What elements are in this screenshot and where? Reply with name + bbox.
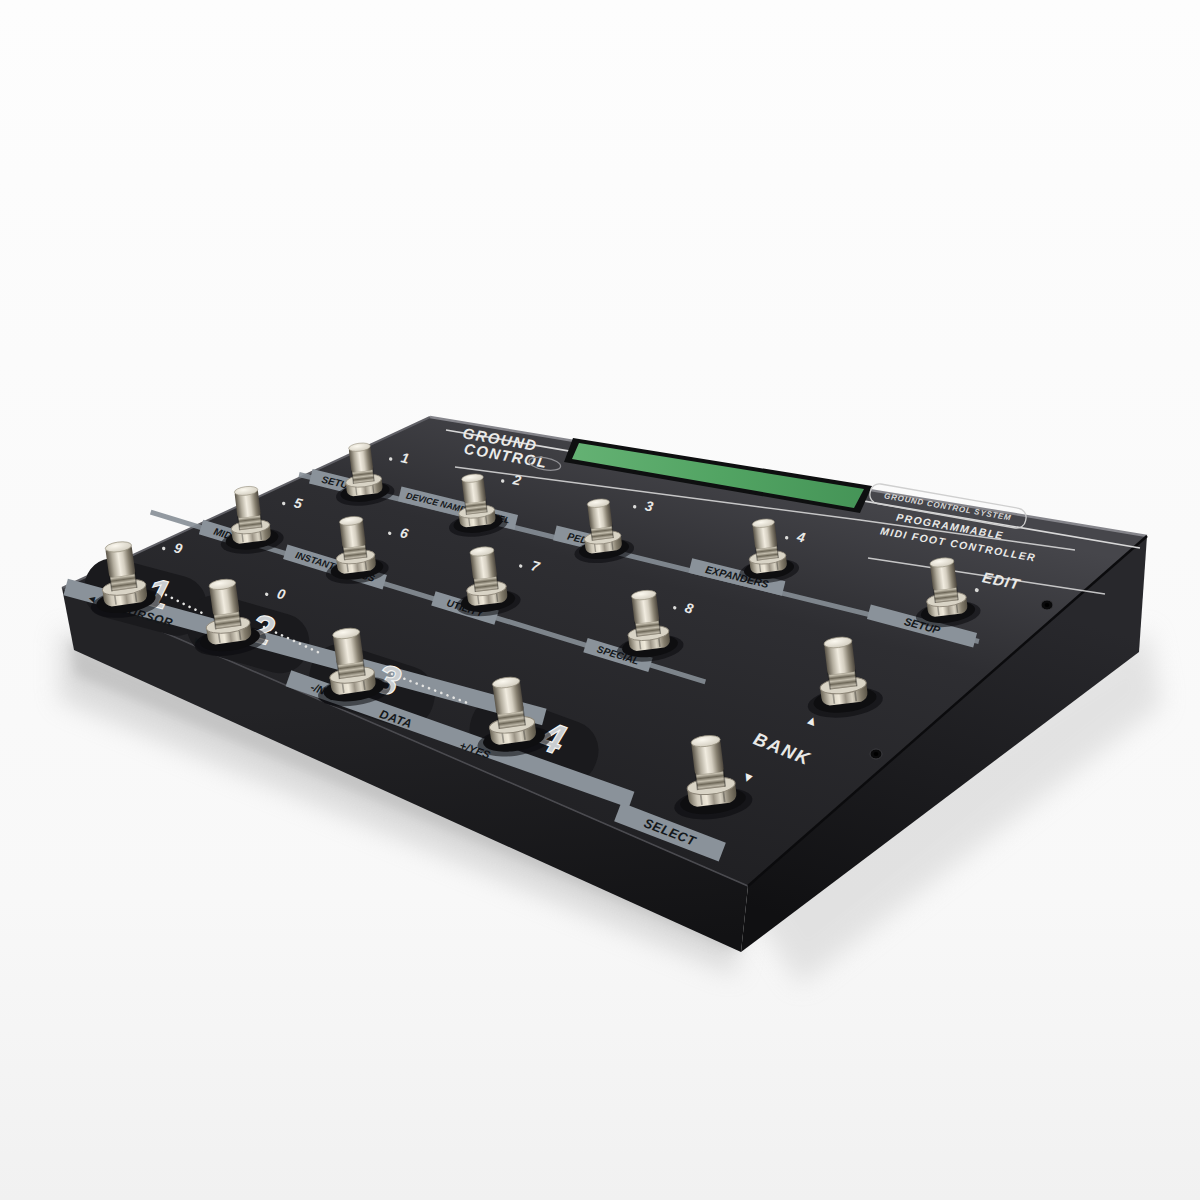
- product-photo-stage: GROUND CONTROL GROUND CONTROL SYSTEM PRO…: [0, 0, 1200, 1200]
- midi-foot-controller-photo: GROUND CONTROL GROUND CONTROL SYSTEM PRO…: [0, 0, 1200, 1200]
